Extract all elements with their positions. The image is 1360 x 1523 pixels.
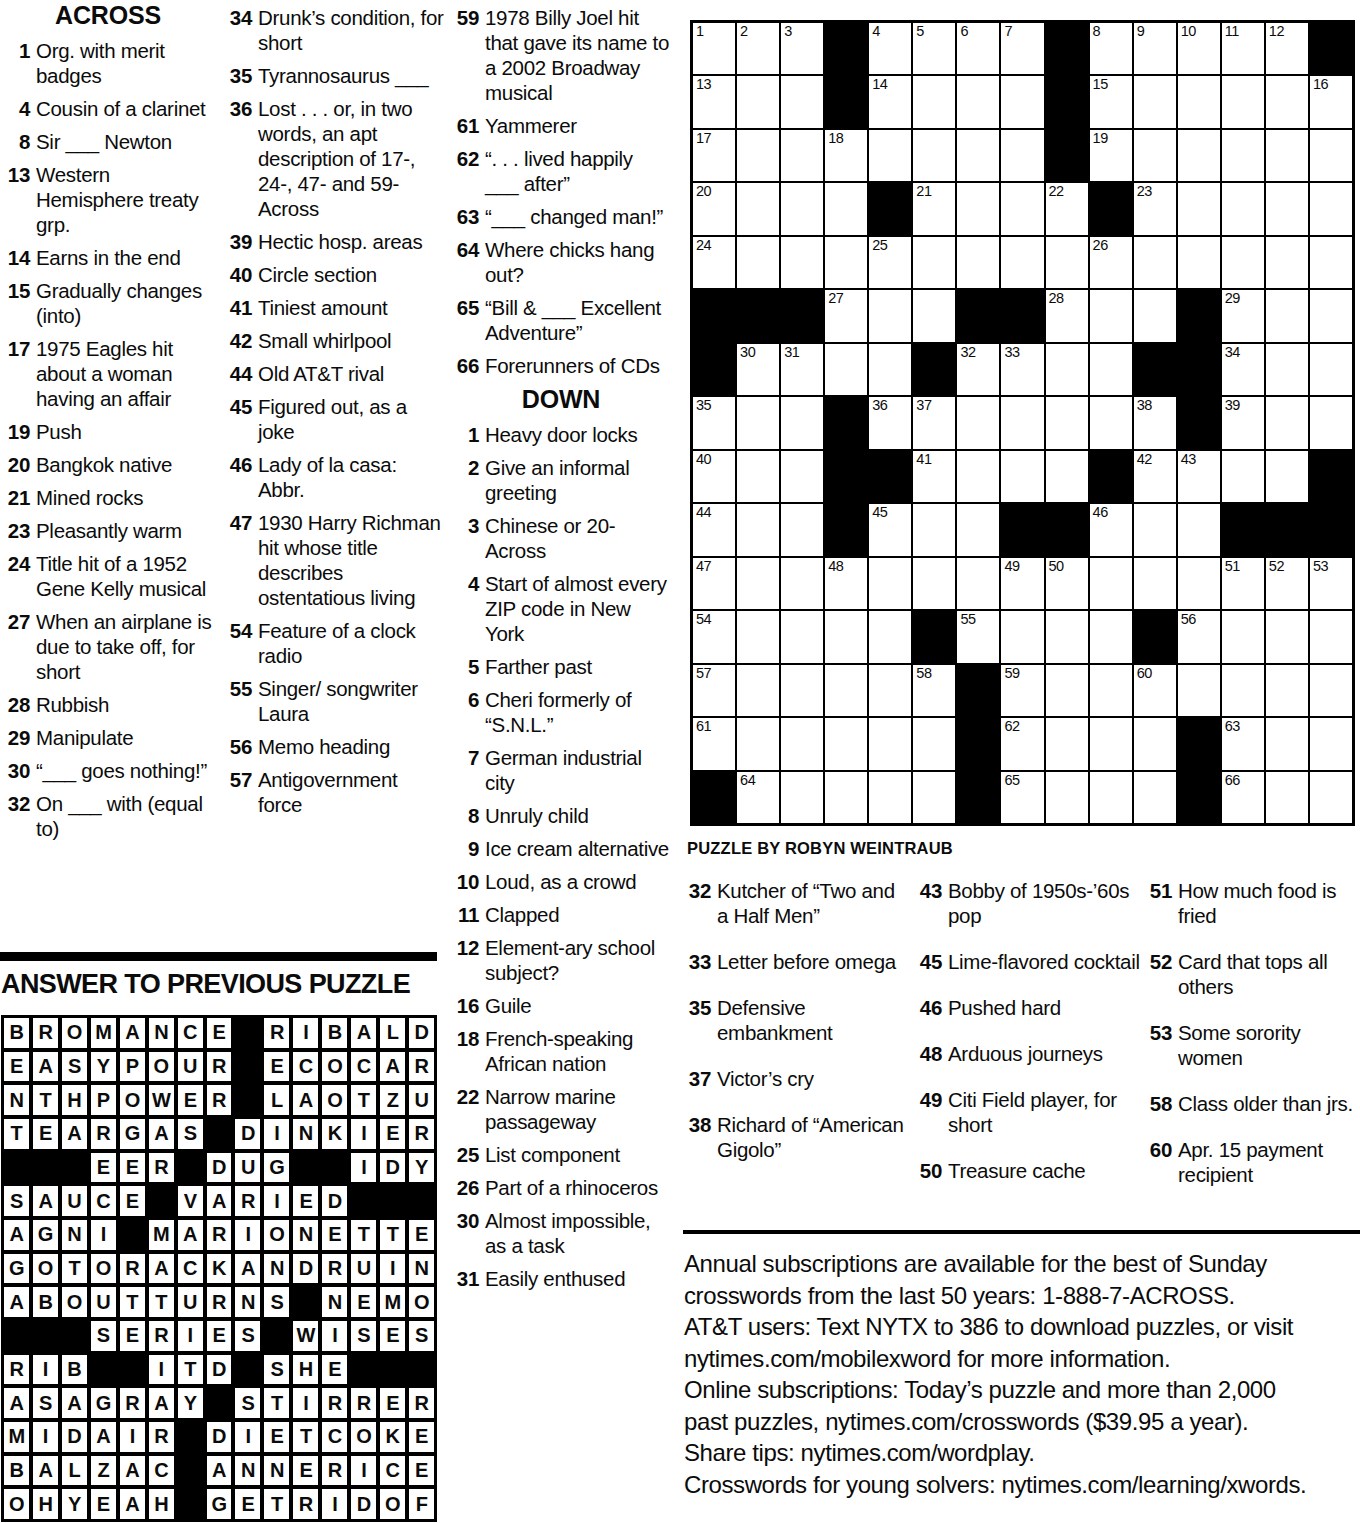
clue-text: Card that tops all others xyxy=(1178,949,1360,999)
grid-cell[interactable] xyxy=(1265,182,1309,235)
clue-35: 35Defensive embankment xyxy=(685,995,909,1045)
grid-cell[interactable] xyxy=(956,450,1000,503)
grid-cell[interactable]: 24 xyxy=(692,236,736,289)
clue-text: Mined rocks xyxy=(36,485,212,510)
grid-cell[interactable] xyxy=(1265,450,1309,503)
grid-cell[interactable] xyxy=(868,610,912,663)
clue-47: 471930 Harry Richman hit whose title des… xyxy=(226,510,444,610)
grid-cell[interactable] xyxy=(736,236,780,289)
grid-cell[interactable]: 12 xyxy=(1265,22,1309,75)
clue-number: 17 xyxy=(4,336,36,411)
answer-letter-cell: S xyxy=(33,1388,58,1418)
grid-cell[interactable] xyxy=(824,236,868,289)
grid-cell[interactable]: 11 xyxy=(1221,22,1265,75)
grid-cell[interactable]: 27 xyxy=(824,289,868,342)
grid-cell[interactable] xyxy=(1000,610,1044,663)
grid-cell[interactable] xyxy=(956,236,1000,289)
grid-cell[interactable]: 59 xyxy=(1000,664,1044,717)
answer-letter-cell: I xyxy=(293,1018,318,1048)
grid-cell[interactable] xyxy=(780,610,824,663)
grid-cell[interactable] xyxy=(912,289,956,342)
answer-letter-cell: T xyxy=(351,1085,376,1115)
answer-black-cell xyxy=(351,1186,376,1216)
answer-letter-cell: R xyxy=(120,1254,145,1284)
grid-cell[interactable] xyxy=(736,557,780,610)
clue-11: 11Clapped xyxy=(453,902,669,927)
grid-cell[interactable] xyxy=(1133,289,1177,342)
across-clue-list-1: 1Org. with merit badges4Cousin of a clar… xyxy=(4,38,212,841)
answer-letter-cell: E xyxy=(235,1489,260,1519)
grid-cell[interactable]: 5 xyxy=(912,22,956,75)
answer-black-cell xyxy=(33,1153,58,1183)
grid-cell[interactable]: 29 xyxy=(1221,289,1265,342)
grid-cell[interactable] xyxy=(1045,236,1089,289)
grid-cell[interactable] xyxy=(1089,396,1133,449)
grid-cell[interactable]: 66 xyxy=(1221,771,1265,824)
grid-cell[interactable] xyxy=(1177,557,1221,610)
grid-cell[interactable] xyxy=(1221,182,1265,235)
answer-letter-cell: R xyxy=(293,1489,318,1519)
clue-number: 59 xyxy=(453,5,485,105)
grid-cell[interactable]: 50 xyxy=(1045,557,1089,610)
answer-letter-cell: A xyxy=(149,1388,174,1418)
black-cell xyxy=(868,450,912,503)
clue-2: 2Give an informal greeting xyxy=(453,455,669,505)
clue-text: Some sorority women xyxy=(1178,1020,1360,1070)
clue-3: 3Chinese or 20-Across xyxy=(453,513,669,563)
grid-cell[interactable] xyxy=(780,503,824,556)
grid-cell[interactable] xyxy=(824,343,868,396)
grid-cell[interactable] xyxy=(1265,289,1309,342)
grid-cell[interactable]: 13 xyxy=(692,75,736,128)
grid-cell[interactable] xyxy=(1133,129,1177,182)
answer-letter-cell: T xyxy=(351,1220,376,1250)
grid-cell[interactable]: 37 xyxy=(912,396,956,449)
answer-letter-cell: S xyxy=(91,1321,116,1351)
grid-cell[interactable]: 20 xyxy=(692,182,736,235)
grid-cell[interactable] xyxy=(1221,75,1265,128)
clue-text: Ice cream alternative xyxy=(485,836,669,861)
answer-letter-cell: A xyxy=(4,1388,29,1418)
answer-letter-cell: C xyxy=(351,1052,376,1082)
clue-26: 26Part of a rhinoceros xyxy=(453,1175,669,1200)
grid-cell[interactable]: 26 xyxy=(1089,236,1133,289)
grid-cell[interactable] xyxy=(1309,664,1353,717)
grid-cell[interactable] xyxy=(868,129,912,182)
grid-cell[interactable]: 43 xyxy=(1177,450,1221,503)
grid-cell[interactable] xyxy=(1265,717,1309,770)
grid-cell[interactable]: 56 xyxy=(1177,610,1221,663)
grid-cell[interactable] xyxy=(956,75,1000,128)
grid-cell[interactable] xyxy=(1089,289,1133,342)
grid-cell[interactable]: 16 xyxy=(1309,75,1353,128)
grid-cell[interactable] xyxy=(780,450,824,503)
cell-number: 4 xyxy=(872,24,880,39)
grid-cell[interactable] xyxy=(956,557,1000,610)
grid-cell[interactable] xyxy=(1177,664,1221,717)
grid-cell[interactable] xyxy=(1177,182,1221,235)
grid-cell[interactable] xyxy=(1000,236,1044,289)
clue-number: 36 xyxy=(226,96,258,221)
cell-number: 8 xyxy=(1093,24,1101,39)
answer-letter-cell: T xyxy=(120,1287,145,1317)
answer-letter-cell: R xyxy=(409,1052,434,1082)
grid-cell[interactable] xyxy=(1221,129,1265,182)
grid-cell[interactable] xyxy=(736,610,780,663)
grid-cell[interactable]: 23 xyxy=(1133,182,1177,235)
grid-cell[interactable]: 25 xyxy=(868,236,912,289)
clue-text: Arduous journeys xyxy=(948,1041,1148,1066)
black-cell xyxy=(824,450,868,503)
grid-cell[interactable]: 38 xyxy=(1133,396,1177,449)
grid-cell[interactable] xyxy=(1000,75,1044,128)
grid-cell[interactable] xyxy=(1309,610,1353,663)
clue-number: 45 xyxy=(226,394,258,444)
grid-cell[interactable] xyxy=(1265,236,1309,289)
grid-cell[interactable] xyxy=(912,75,956,128)
grid-cell[interactable] xyxy=(824,610,868,663)
cell-number: 40 xyxy=(696,452,711,467)
answer-letter-cell: N xyxy=(409,1254,434,1284)
grid-cell[interactable]: 3 xyxy=(780,22,824,75)
grid-cell[interactable] xyxy=(1045,610,1089,663)
answer-black-cell xyxy=(409,1186,434,1216)
grid-cell[interactable]: 9 xyxy=(1133,22,1177,75)
grid-cell[interactable]: 40 xyxy=(692,450,736,503)
clue-number: 8 xyxy=(453,803,485,828)
answer-letter-cell: N xyxy=(264,1254,289,1284)
grid-cell[interactable] xyxy=(1000,182,1044,235)
cell-number: 35 xyxy=(696,398,711,413)
clue-number: 4 xyxy=(4,96,36,121)
grid-cell[interactable] xyxy=(780,236,824,289)
answer-letter-cell: Y xyxy=(62,1489,87,1519)
grid-cell[interactable] xyxy=(1000,450,1044,503)
clue-number: 34 xyxy=(226,5,258,55)
grid-cell[interactable] xyxy=(868,289,912,342)
clue-text: Lost . . . or, in two words, an apt desc… xyxy=(258,96,444,221)
grid-cell[interactable] xyxy=(1309,771,1353,824)
grid-cell[interactable] xyxy=(736,503,780,556)
grid-cell[interactable]: 28 xyxy=(1045,289,1089,342)
grid-cell[interactable] xyxy=(824,771,868,824)
grid-cell[interactable] xyxy=(868,557,912,610)
grid-cell[interactable] xyxy=(1045,717,1089,770)
clue-text: Cheri formerly of “S.N.L.” xyxy=(485,687,669,737)
answer-letter-cell: R xyxy=(33,1018,58,1048)
answer-letter-cell: I xyxy=(33,1355,58,1385)
grid-cell[interactable] xyxy=(1309,343,1353,396)
grid-cell[interactable]: 15 xyxy=(1089,75,1133,128)
cell-number: 43 xyxy=(1181,452,1196,467)
grid-cell[interactable] xyxy=(1177,75,1221,128)
grid-cell[interactable] xyxy=(1089,771,1133,824)
grid-cell[interactable] xyxy=(912,129,956,182)
answer-letter-cell: K xyxy=(380,1422,405,1452)
grid-cell[interactable] xyxy=(1133,771,1177,824)
grid-cell[interactable] xyxy=(912,236,956,289)
clue-number: 62 xyxy=(453,146,485,196)
grid-cell[interactable] xyxy=(1045,664,1089,717)
cell-number: 29 xyxy=(1225,291,1240,306)
clue-10: 10Loud, as a crowd xyxy=(453,869,669,894)
grid-cell[interactable] xyxy=(824,717,868,770)
grid-cell[interactable]: 8 xyxy=(1089,22,1133,75)
answer-letter-cell: H xyxy=(62,1085,87,1115)
grid-cell[interactable]: 52 xyxy=(1265,557,1309,610)
grid-cell[interactable]: 18 xyxy=(824,129,868,182)
grid-cell[interactable] xyxy=(868,717,912,770)
answer-letter-cell: D xyxy=(207,1355,232,1385)
answer-letter-cell: R xyxy=(351,1388,376,1418)
grid-cell[interactable] xyxy=(736,75,780,128)
grid-cell[interactable] xyxy=(912,717,956,770)
grid-cell[interactable] xyxy=(1089,557,1133,610)
answer-letter-cell: E xyxy=(322,1220,347,1250)
grid-cell[interactable] xyxy=(1133,236,1177,289)
answer-letter-cell: I xyxy=(351,1456,376,1486)
grid-cell[interactable] xyxy=(1221,664,1265,717)
grid-cell[interactable] xyxy=(1265,129,1309,182)
clue-number: 60 xyxy=(1146,1137,1178,1187)
grid-cell[interactable]: 57 xyxy=(692,664,736,717)
grid-cell[interactable]: 19 xyxy=(1089,129,1133,182)
grid-cell[interactable]: 65 xyxy=(1000,771,1044,824)
grid-cell[interactable] xyxy=(1133,557,1177,610)
clues-column-3: 591978 Billy Joel hit that gave its name… xyxy=(453,5,669,1299)
down-clue-list-r1: 32Kutcher of “Two and a Half Men”33Lette… xyxy=(685,878,909,1162)
grid-cell[interactable] xyxy=(868,664,912,717)
answer-letter-cell: O xyxy=(264,1220,289,1250)
grid-cell[interactable] xyxy=(868,771,912,824)
grid-cell[interactable]: 54 xyxy=(692,610,736,663)
grid-cell[interactable] xyxy=(1265,396,1309,449)
grid-cell[interactable] xyxy=(1309,236,1353,289)
clue-number: 32 xyxy=(685,878,717,928)
grid-cell[interactable] xyxy=(912,557,956,610)
grid-cell[interactable] xyxy=(780,664,824,717)
grid-cell[interactable] xyxy=(780,129,824,182)
grid-cell[interactable]: 32 xyxy=(956,343,1000,396)
grid-cell[interactable] xyxy=(1089,664,1133,717)
grid-cell[interactable] xyxy=(780,717,824,770)
grid-cell[interactable] xyxy=(956,396,1000,449)
grid-cell[interactable] xyxy=(912,503,956,556)
answer-letter-cell: A xyxy=(235,1254,260,1284)
grid-cell[interactable] xyxy=(1265,771,1309,824)
clue-24: 24Title hit of a 1952 Gene Kelly musical xyxy=(4,551,212,601)
answer-letter-cell: E xyxy=(91,1489,116,1519)
grid-cell[interactable]: 1 xyxy=(692,22,736,75)
grid-cell[interactable]: 62 xyxy=(1000,717,1044,770)
grid-cell[interactable]: 4 xyxy=(868,22,912,75)
grid-cell[interactable] xyxy=(736,717,780,770)
answer-letter-cell: B xyxy=(62,1355,87,1385)
grid-cell[interactable] xyxy=(956,503,1000,556)
clue-number: 38 xyxy=(685,1112,717,1162)
answer-letter-cell: O xyxy=(409,1287,434,1317)
grid-cell[interactable]: 34 xyxy=(1221,343,1265,396)
grid-cell[interactable] xyxy=(1045,396,1089,449)
clue-number: 14 xyxy=(4,245,36,270)
grid-cell[interactable] xyxy=(868,343,912,396)
grid-cell[interactable] xyxy=(1089,343,1133,396)
cell-number: 26 xyxy=(1093,238,1108,253)
answer-letter-cell: F xyxy=(409,1489,434,1519)
grid-cell[interactable] xyxy=(824,664,868,717)
grid-cell[interactable] xyxy=(1309,182,1353,235)
grid-cell[interactable] xyxy=(1177,129,1221,182)
grid-cell[interactable] xyxy=(1265,75,1309,128)
grid-cell[interactable] xyxy=(1045,343,1089,396)
grid-cell[interactable] xyxy=(1089,717,1133,770)
answer-letter-cell: L xyxy=(264,1085,289,1115)
answer-letter-cell: R xyxy=(322,1254,347,1284)
grid-cell[interactable]: 21 xyxy=(912,182,956,235)
answer-letter-cell: E xyxy=(293,1456,318,1486)
clue-number: 26 xyxy=(453,1175,485,1200)
grid-cell[interactable]: 6 xyxy=(956,22,1000,75)
grid-cell[interactable] xyxy=(1177,236,1221,289)
subscription-line: AT&T users: Text NYTX to 386 to download… xyxy=(684,1311,1360,1343)
answer-letter-cell: S xyxy=(178,1119,203,1149)
answer-letter-cell: U xyxy=(178,1052,203,1082)
grid-cell[interactable] xyxy=(1309,396,1353,449)
grid-cell[interactable]: 10 xyxy=(1177,22,1221,75)
clue-number: 11 xyxy=(453,902,485,927)
clue-text: Citi Field player, for short xyxy=(948,1087,1148,1137)
grid-cell[interactable]: 30 xyxy=(736,343,780,396)
grid-cell[interactable]: 60 xyxy=(1133,664,1177,717)
answer-letter-cell: R xyxy=(149,1321,174,1351)
grid-cell[interactable] xyxy=(956,182,1000,235)
grid-cell[interactable]: 64 xyxy=(736,771,780,824)
black-cell xyxy=(1133,343,1177,396)
grid-cell[interactable] xyxy=(1265,610,1309,663)
grid-cell[interactable]: 17 xyxy=(692,129,736,182)
grid-cell[interactable]: 44 xyxy=(692,503,736,556)
answer-letter-cell: T xyxy=(178,1355,203,1385)
grid-cell[interactable]: 35 xyxy=(692,396,736,449)
cell-number: 34 xyxy=(1225,345,1240,360)
grid-cell[interactable]: 58 xyxy=(912,664,956,717)
grid-cell[interactable] xyxy=(736,129,780,182)
grid-cell[interactable] xyxy=(1309,129,1353,182)
grid-cell[interactable] xyxy=(956,129,1000,182)
clue-50: 50Treasure cache xyxy=(916,1158,1148,1183)
clue-49: 49Citi Field player, for short xyxy=(916,1087,1148,1137)
grid-cell[interactable]: 63 xyxy=(1221,717,1265,770)
cell-number: 50 xyxy=(1049,559,1064,574)
grid-cell[interactable]: 39 xyxy=(1221,396,1265,449)
cell-number: 23 xyxy=(1137,184,1152,199)
grid-cell[interactable] xyxy=(780,182,824,235)
answer-letter-cell: T xyxy=(62,1254,87,1284)
cell-number: 18 xyxy=(828,131,843,146)
grid-cell[interactable]: 33 xyxy=(1000,343,1044,396)
grid-cell[interactable] xyxy=(736,450,780,503)
answer-letter-cell: O xyxy=(120,1085,145,1115)
answer-letter-cell: E xyxy=(322,1355,347,1385)
grid-cell[interactable]: 61 xyxy=(692,717,736,770)
clue-text: Element-ary school subject? xyxy=(485,935,669,985)
grid-cell[interactable] xyxy=(1265,343,1309,396)
clue-32: 32On ___ with (equal to) xyxy=(4,791,212,841)
grid-cell[interactable]: 45 xyxy=(868,503,912,556)
grid-cell[interactable] xyxy=(1133,717,1177,770)
grid-cell[interactable] xyxy=(1000,129,1044,182)
grid-cell[interactable]: 47 xyxy=(692,557,736,610)
grid-cell[interactable] xyxy=(1265,664,1309,717)
answer-letter-cell: M xyxy=(91,1018,116,1048)
grid-cell[interactable] xyxy=(1221,236,1265,289)
grid-cell[interactable]: 7 xyxy=(1000,22,1044,75)
grid-cell[interactable] xyxy=(780,557,824,610)
grid-cell[interactable] xyxy=(1221,610,1265,663)
grid-cell[interactable]: 41 xyxy=(912,450,956,503)
grid-cell[interactable]: 49 xyxy=(1000,557,1044,610)
clue-text: Tyrannosaurus ___ xyxy=(258,63,444,88)
grid-cell[interactable] xyxy=(912,771,956,824)
answer-black-cell xyxy=(409,1355,434,1385)
answer-letter-cell: I xyxy=(235,1422,260,1452)
cell-number: 6 xyxy=(960,24,968,39)
grid-cell[interactable]: 53 xyxy=(1309,557,1353,610)
answer-letter-cell: I xyxy=(322,1321,347,1351)
grid-cell[interactable]: 14 xyxy=(868,75,912,128)
answer-letter-cell: A xyxy=(91,1422,116,1452)
grid-cell[interactable] xyxy=(1133,75,1177,128)
grid-cell[interactable]: 2 xyxy=(736,22,780,75)
grid-cell[interactable] xyxy=(1177,503,1221,556)
grid-cell[interactable] xyxy=(780,771,824,824)
grid-cell[interactable] xyxy=(1221,450,1265,503)
grid-cell[interactable] xyxy=(780,396,824,449)
grid-cell[interactable] xyxy=(1133,503,1177,556)
grid-cell[interactable] xyxy=(736,182,780,235)
grid-cell[interactable]: 51 xyxy=(1221,557,1265,610)
grid-cell[interactable] xyxy=(1309,289,1353,342)
grid-cell[interactable]: 31 xyxy=(780,343,824,396)
grid-cell[interactable] xyxy=(736,664,780,717)
grid-cell[interactable]: 22 xyxy=(1045,182,1089,235)
grid-cell[interactable] xyxy=(1089,610,1133,663)
grid-cell[interactable] xyxy=(824,182,868,235)
grid-cell[interactable] xyxy=(1045,771,1089,824)
grid-cell[interactable] xyxy=(736,396,780,449)
grid-cell[interactable]: 42 xyxy=(1133,450,1177,503)
grid-cell[interactable] xyxy=(1309,717,1353,770)
answer-letter-cell: Z xyxy=(380,1085,405,1115)
grid-cell[interactable]: 48 xyxy=(824,557,868,610)
grid-cell[interactable]: 46 xyxy=(1089,503,1133,556)
grid-cell[interactable]: 55 xyxy=(956,610,1000,663)
grid-cell[interactable] xyxy=(1000,396,1044,449)
clue-text: Letter before omega xyxy=(717,949,909,974)
cell-number: 52 xyxy=(1269,559,1284,574)
clue-text: Cousin of a clarinet xyxy=(36,96,212,121)
black-cell xyxy=(1177,771,1221,824)
grid-cell[interactable] xyxy=(1045,450,1089,503)
clue-4: 4Cousin of a clarinet xyxy=(4,96,212,121)
answer-letter-cell: A xyxy=(4,1287,29,1317)
answer-letter-cell: O xyxy=(380,1489,405,1519)
subscription-line: Crosswords for young solvers: nytimes.co… xyxy=(684,1469,1360,1501)
answer-black-cell xyxy=(380,1186,405,1216)
puzzle-byline: PUZZLE BY ROBYN WEINTRAUB xyxy=(687,839,953,858)
grid-cell[interactable]: 36 xyxy=(868,396,912,449)
grid-cell[interactable] xyxy=(780,75,824,128)
